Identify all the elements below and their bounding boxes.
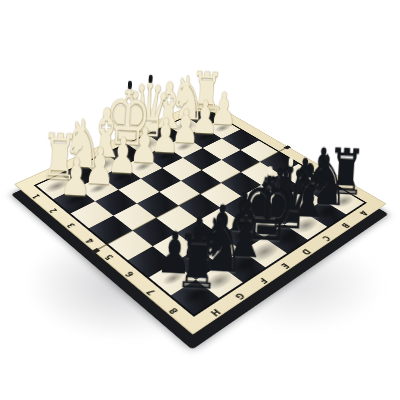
- white-pawn-glyph: ♟: [40, 150, 111, 205]
- black-king-finial: [266, 166, 271, 176]
- black-rook-glyph: ♜: [155, 224, 238, 301]
- photo-scene: 12345678 HGFEDCBA ♜♞♝♛♚♝♞♜♟♟♟♟♟♟♟♟♟♟♟♟♟♟…: [0, 0, 400, 400]
- white-king-finial: [127, 81, 131, 89]
- chess-board: 12345678 HGFEDCBA ♜♞♝♛♚♝♞♜♟♟♟♟♟♟♟♟♟♟♟♟♟♟…: [14, 99, 387, 335]
